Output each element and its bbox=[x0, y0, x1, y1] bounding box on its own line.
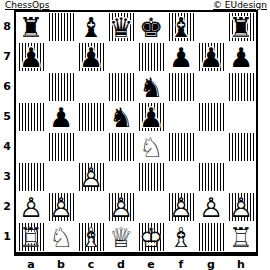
piece-br-h8[interactable]: ♜ bbox=[226, 12, 256, 42]
piece-glyph-outline: ♗ bbox=[166, 222, 196, 252]
piece-bp-g7[interactable]: ♟ bbox=[196, 42, 226, 72]
piece-glyph-outline: ♙ bbox=[196, 192, 226, 222]
square-h1[interactable]: ♜♖ bbox=[226, 222, 256, 252]
piece-glyph-outline: ♖ bbox=[226, 222, 256, 252]
square-h4[interactable] bbox=[226, 132, 256, 162]
square-d1[interactable]: ♛♕ bbox=[106, 222, 136, 252]
rank-label-4: 4 bbox=[1, 132, 13, 162]
rank-label-5: 5 bbox=[1, 102, 13, 132]
square-a6[interactable] bbox=[16, 72, 46, 102]
chess-board: ♜♝♛♚♝♜♟♟♟♟♟♞♟♞♟♞♘♟♙♟♙♟♙♟♙♟♙♟♙♟♙♜♖♞♘♝♗♛♕♚… bbox=[14, 10, 258, 256]
square-c1[interactable]: ♝♗ bbox=[76, 222, 106, 252]
file-label-b: b bbox=[46, 258, 76, 270]
square-f2[interactable]: ♟♙ bbox=[166, 192, 196, 222]
piece-wn-b1[interactable]: ♞♘ bbox=[46, 222, 76, 252]
square-e3[interactable] bbox=[136, 162, 166, 192]
piece-bp-h7[interactable]: ♟ bbox=[226, 42, 256, 72]
piece-wp-g2[interactable]: ♟♙ bbox=[196, 192, 226, 222]
square-c7[interactable]: ♟ bbox=[76, 42, 106, 72]
square-g1[interactable] bbox=[196, 222, 226, 252]
piece-bp-f7[interactable]: ♟ bbox=[166, 42, 196, 72]
piece-glyph-outline: ♕ bbox=[106, 222, 136, 252]
square-e1[interactable]: ♚♔ bbox=[136, 222, 166, 252]
square-c2[interactable] bbox=[76, 192, 106, 222]
square-c4[interactable] bbox=[76, 132, 106, 162]
square-b5[interactable]: ♟ bbox=[46, 102, 76, 132]
piece-glyph-outline: ♙ bbox=[106, 192, 136, 222]
piece-wp-b2[interactable]: ♟♙ bbox=[46, 192, 76, 222]
piece-bp-e5[interactable]: ♟ bbox=[136, 102, 166, 132]
piece-glyph-outline: ♘ bbox=[46, 222, 76, 252]
square-f5[interactable] bbox=[166, 102, 196, 132]
square-d3[interactable] bbox=[106, 162, 136, 192]
file-label-d: d bbox=[106, 258, 136, 270]
file-label-h: h bbox=[226, 258, 256, 270]
square-a1[interactable]: ♜♖ bbox=[16, 222, 46, 252]
square-b7[interactable] bbox=[46, 42, 76, 72]
piece-bb-f8[interactable]: ♝ bbox=[166, 12, 196, 42]
square-e2[interactable] bbox=[136, 192, 166, 222]
piece-glyph-outline: ♗ bbox=[76, 222, 106, 252]
square-d5[interactable]: ♞ bbox=[106, 102, 136, 132]
piece-wr-a1[interactable]: ♜♖ bbox=[16, 222, 46, 252]
square-f4[interactable] bbox=[166, 132, 196, 162]
square-h3[interactable] bbox=[226, 162, 256, 192]
square-a3[interactable] bbox=[16, 162, 46, 192]
square-b6[interactable] bbox=[46, 72, 76, 102]
square-a7[interactable]: ♟ bbox=[16, 42, 46, 72]
square-h8[interactable]: ♜ bbox=[226, 12, 256, 42]
piece-wk-e1[interactable]: ♚♔ bbox=[136, 222, 166, 252]
square-a8[interactable]: ♜ bbox=[16, 12, 46, 42]
piece-wp-f2[interactable]: ♟♙ bbox=[166, 192, 196, 222]
square-b4[interactable] bbox=[46, 132, 76, 162]
square-e6[interactable]: ♞ bbox=[136, 72, 166, 102]
piece-bn-e6[interactable]: ♞ bbox=[136, 72, 166, 102]
piece-glyph-outline: ♖ bbox=[16, 222, 46, 252]
rank-labels: 87654321 bbox=[1, 12, 13, 252]
square-e4[interactable]: ♞♘ bbox=[136, 132, 166, 162]
square-g6[interactable] bbox=[196, 72, 226, 102]
square-c6[interactable] bbox=[76, 72, 106, 102]
square-a5[interactable] bbox=[16, 102, 46, 132]
square-f6[interactable] bbox=[166, 72, 196, 102]
rank-label-7: 7 bbox=[1, 42, 13, 72]
piece-wq-d1[interactable]: ♛♕ bbox=[106, 222, 136, 252]
square-h2[interactable]: ♟♙ bbox=[226, 192, 256, 222]
piece-wp-a2[interactable]: ♟♙ bbox=[16, 192, 46, 222]
piece-bq-d8[interactable]: ♛ bbox=[106, 12, 136, 42]
piece-bp-a7[interactable]: ♟ bbox=[16, 42, 46, 72]
square-f7[interactable]: ♟ bbox=[166, 42, 196, 72]
square-d2[interactable]: ♟♙ bbox=[106, 192, 136, 222]
rank-label-3: 3 bbox=[1, 162, 13, 192]
square-b2[interactable]: ♟♙ bbox=[46, 192, 76, 222]
file-label-a: a bbox=[16, 258, 46, 270]
square-g2[interactable]: ♟♙ bbox=[196, 192, 226, 222]
piece-bk-e8[interactable]: ♚ bbox=[136, 12, 166, 42]
square-b1[interactable]: ♞♘ bbox=[46, 222, 76, 252]
chessops-link[interactable]: ChessOps bbox=[5, 0, 49, 10]
piece-bb-c8[interactable]: ♝ bbox=[76, 12, 106, 42]
eudesign-credit-link[interactable]: © EUdesign bbox=[213, 0, 267, 10]
square-h6[interactable] bbox=[226, 72, 256, 102]
piece-wn-e4[interactable]: ♞♘ bbox=[136, 132, 166, 162]
piece-wr-h1[interactable]: ♜♖ bbox=[226, 222, 256, 252]
square-g3[interactable] bbox=[196, 162, 226, 192]
square-c8[interactable]: ♝ bbox=[76, 12, 106, 42]
rank-label-2: 2 bbox=[1, 192, 13, 222]
piece-bn-d5[interactable]: ♞ bbox=[106, 102, 136, 132]
file-label-c: c bbox=[76, 258, 106, 270]
piece-glyph-outline: ♘ bbox=[136, 132, 166, 162]
piece-wp-h2[interactable]: ♟♙ bbox=[226, 192, 256, 222]
piece-wp-d2[interactable]: ♟♙ bbox=[106, 192, 136, 222]
square-d8[interactable]: ♛ bbox=[106, 12, 136, 42]
square-h7[interactable]: ♟ bbox=[226, 42, 256, 72]
file-label-g: g bbox=[196, 258, 226, 270]
square-b3[interactable] bbox=[46, 162, 76, 192]
rank-label-6: 6 bbox=[1, 72, 13, 102]
square-e5[interactable]: ♟ bbox=[136, 102, 166, 132]
square-a4[interactable] bbox=[16, 132, 46, 162]
square-f8[interactable]: ♝ bbox=[166, 12, 196, 42]
piece-glyph-outline: ♔ bbox=[136, 222, 166, 252]
square-h5[interactable] bbox=[226, 102, 256, 132]
square-d4[interactable] bbox=[106, 132, 136, 162]
square-g8[interactable] bbox=[196, 12, 226, 42]
rank-label-1: 1 bbox=[1, 222, 13, 252]
square-d6[interactable] bbox=[106, 72, 136, 102]
piece-wb-c1[interactable]: ♝♗ bbox=[76, 222, 106, 252]
square-f3[interactable] bbox=[166, 162, 196, 192]
square-g7[interactable]: ♟ bbox=[196, 42, 226, 72]
piece-bp-b5[interactable]: ♟ bbox=[46, 102, 76, 132]
rank-label-8: 8 bbox=[1, 12, 13, 42]
file-label-e: e bbox=[136, 258, 166, 270]
piece-glyph-outline: ♙ bbox=[76, 162, 106, 192]
square-e7[interactable] bbox=[136, 42, 166, 72]
piece-wb-f1[interactable]: ♝♗ bbox=[166, 222, 196, 252]
file-labels: abcdefgh bbox=[16, 258, 256, 270]
square-g4[interactable] bbox=[196, 132, 226, 162]
piece-glyph-outline: ♙ bbox=[16, 192, 46, 222]
square-c3[interactable]: ♟♙ bbox=[76, 162, 106, 192]
square-e8[interactable]: ♚ bbox=[136, 12, 166, 42]
piece-glyph-outline: ♙ bbox=[166, 192, 196, 222]
piece-wp-c3[interactable]: ♟♙ bbox=[76, 162, 106, 192]
square-a2[interactable]: ♟♙ bbox=[16, 192, 46, 222]
square-c5[interactable] bbox=[76, 102, 106, 132]
piece-glyph-outline: ♙ bbox=[46, 192, 76, 222]
piece-br-a8[interactable]: ♜ bbox=[16, 12, 46, 42]
chess-diagram: 87654321 ♜♝♛♚♝♜♟♟♟♟♟♞♟♞♟♞♘♟♙♟♙♟♙♟♙♟♙♟♙♟♙… bbox=[14, 10, 258, 256]
square-d7[interactable] bbox=[106, 42, 136, 72]
file-label-f: f bbox=[166, 258, 196, 270]
piece-glyph-outline: ♙ bbox=[226, 192, 256, 222]
piece-bp-c7[interactable]: ♟ bbox=[76, 42, 106, 72]
square-g5[interactable] bbox=[196, 102, 226, 132]
square-f1[interactable]: ♝♗ bbox=[166, 222, 196, 252]
square-b8[interactable] bbox=[46, 12, 76, 42]
